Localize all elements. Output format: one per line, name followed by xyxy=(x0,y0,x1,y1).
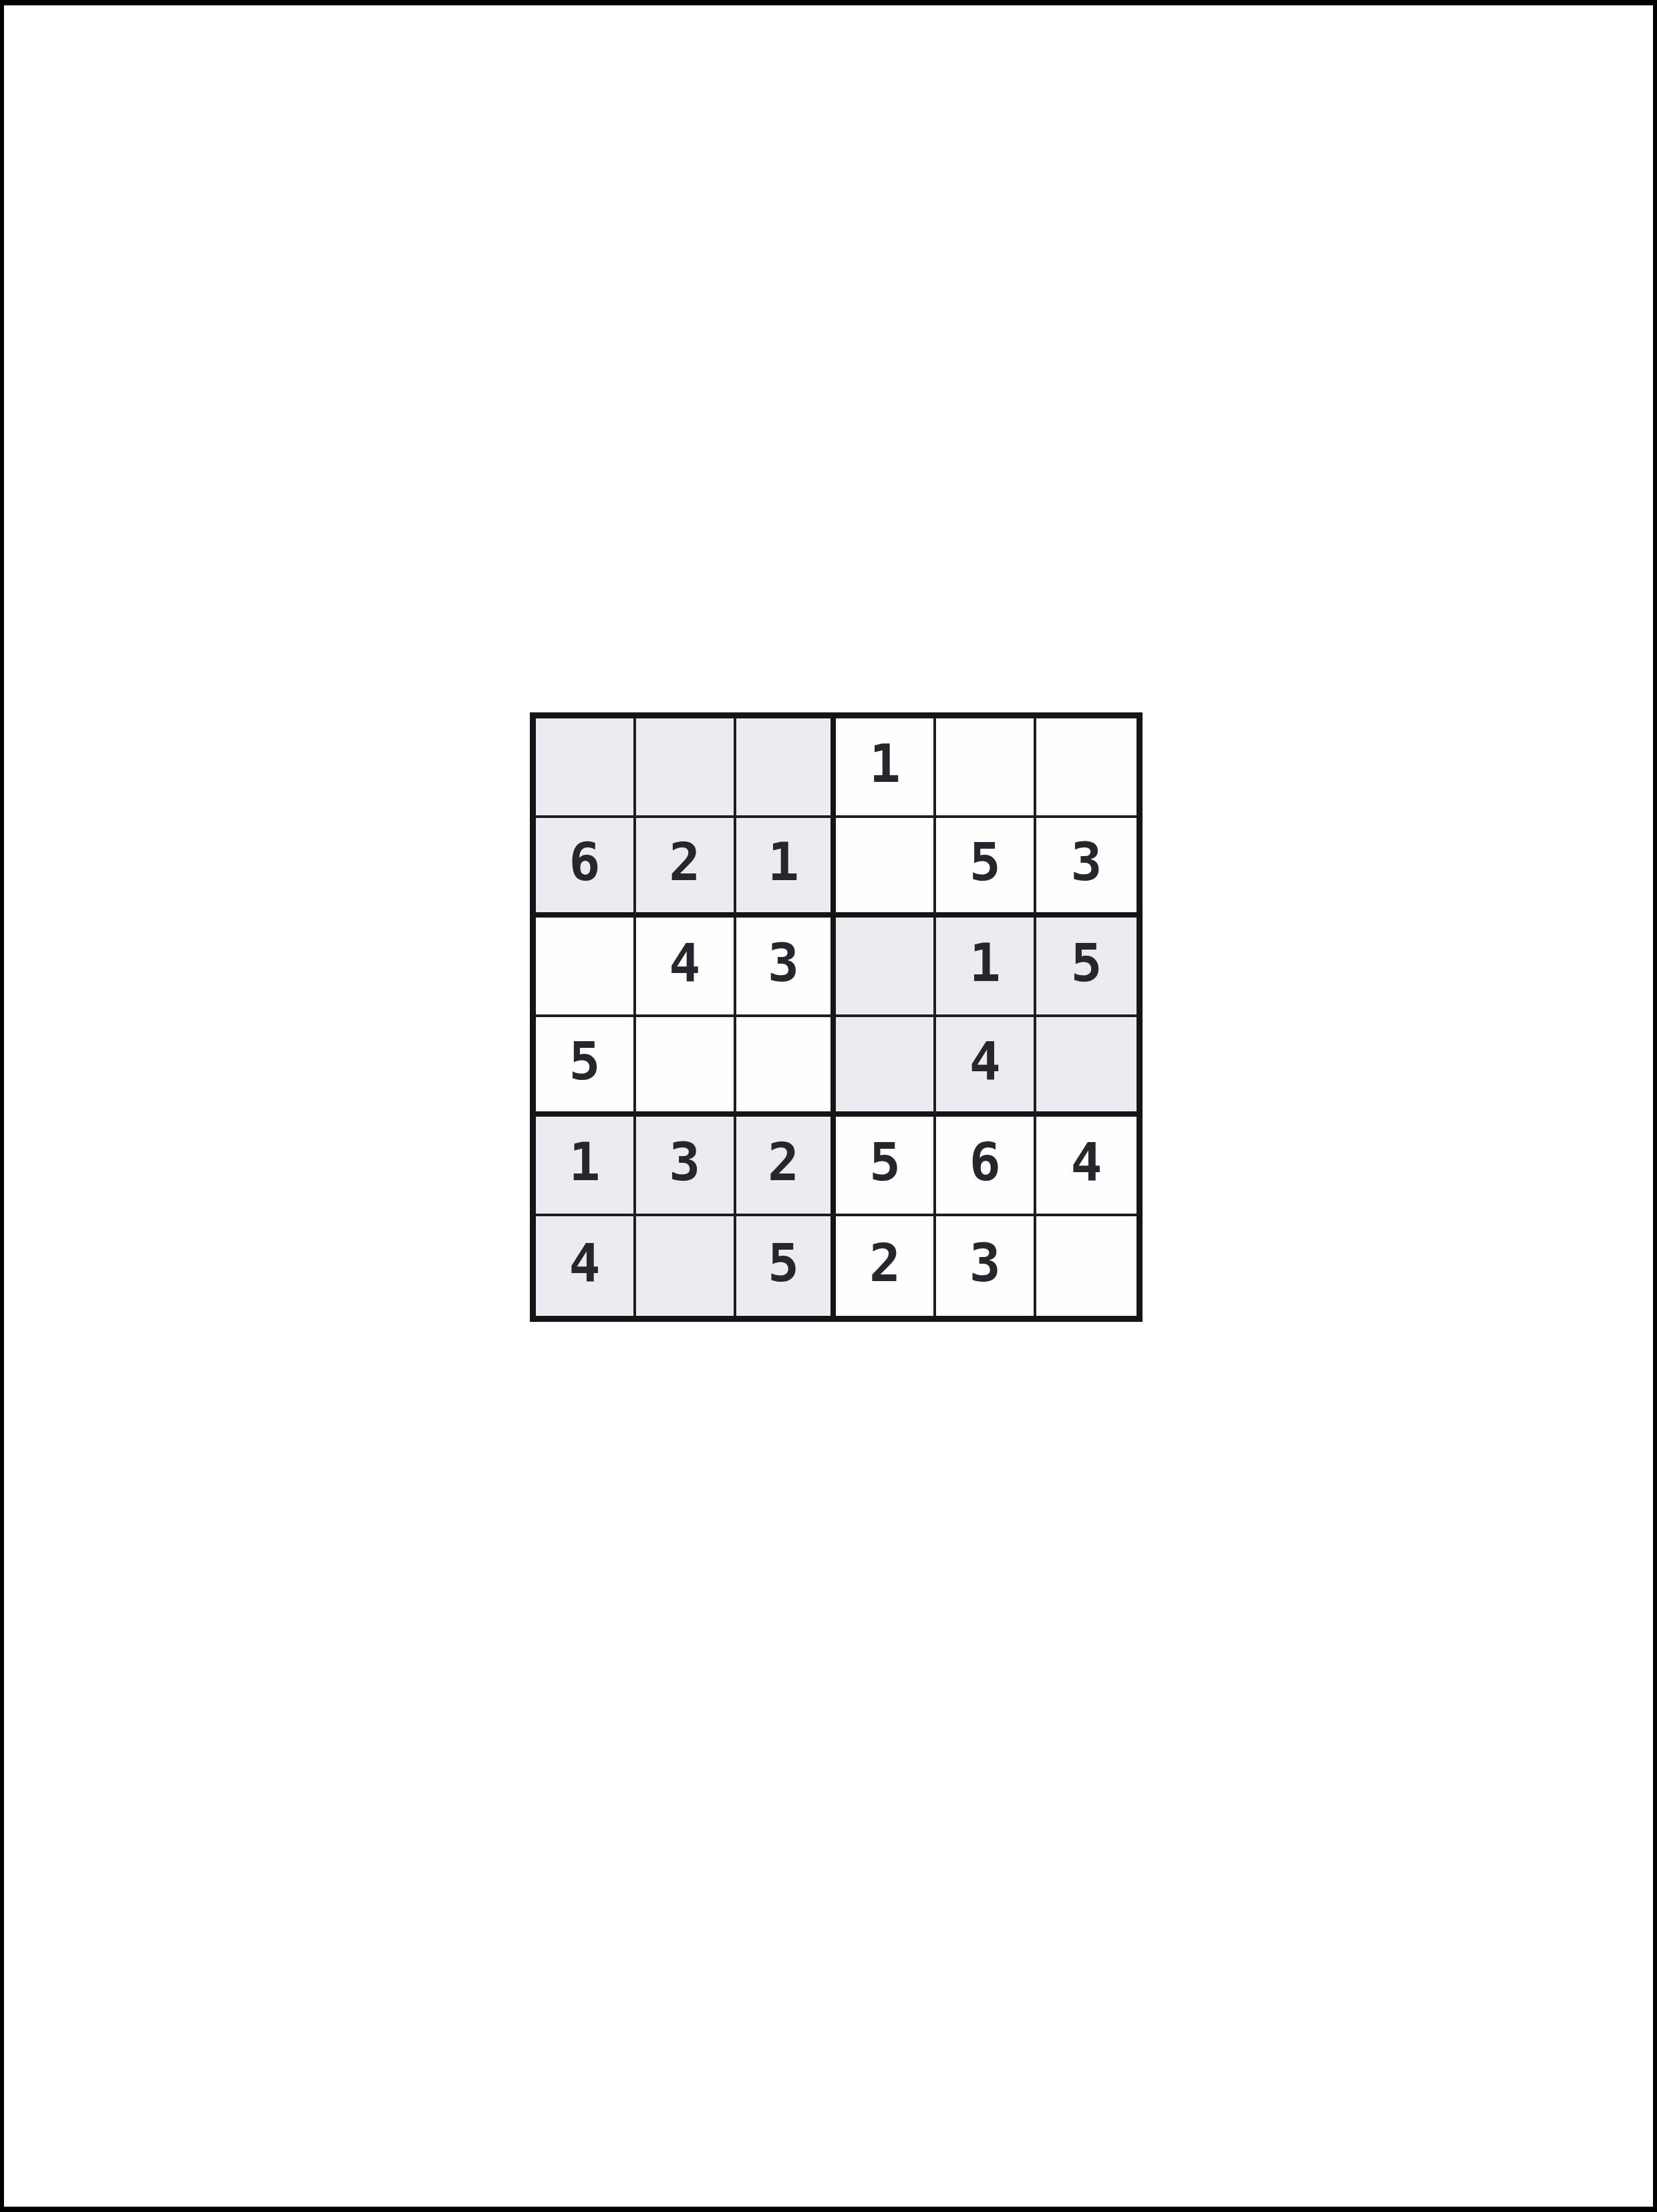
cell-r1c2 xyxy=(636,718,736,818)
cell-r3c3: 3 xyxy=(736,918,837,1017)
cell-r1c1 xyxy=(536,718,636,818)
cell-r5c4: 5 xyxy=(836,1117,936,1216)
cell-r3c4 xyxy=(836,918,936,1017)
cell-r4c3 xyxy=(736,1017,837,1117)
cell-r3c5: 1 xyxy=(936,918,1036,1017)
cell-r6c4: 2 xyxy=(836,1216,936,1316)
cell-r1c6 xyxy=(1036,718,1137,818)
cell-r5c3: 2 xyxy=(736,1117,837,1216)
cell-r4c6 xyxy=(1036,1017,1137,1117)
cell-r4c5: 4 xyxy=(936,1017,1036,1117)
cell-r5c2: 3 xyxy=(636,1117,736,1216)
cell-r2c3: 1 xyxy=(736,818,837,918)
cell-r3c2: 4 xyxy=(636,918,736,1017)
cell-r5c5: 6 xyxy=(936,1117,1036,1216)
printable-sudoku-page: 1621534315541325644523 xyxy=(0,0,1657,2212)
cell-r2c5: 5 xyxy=(936,818,1036,918)
cell-r2c4 xyxy=(836,818,936,918)
cell-r6c1: 4 xyxy=(536,1216,636,1316)
cell-r2c1: 6 xyxy=(536,818,636,918)
cell-r4c4 xyxy=(836,1017,936,1117)
sudoku-board: 1621534315541325644523 xyxy=(530,712,1143,1322)
cell-r2c2: 2 xyxy=(636,818,736,918)
cell-r5c1: 1 xyxy=(536,1117,636,1216)
cell-r1c5 xyxy=(936,718,1036,818)
cell-r1c3 xyxy=(736,718,837,818)
cell-r6c3: 5 xyxy=(736,1216,837,1316)
cell-r6c6 xyxy=(1036,1216,1137,1316)
cell-r3c1 xyxy=(536,918,636,1017)
cell-r6c2 xyxy=(636,1216,736,1316)
cell-r4c2 xyxy=(636,1017,736,1117)
cell-r2c6: 3 xyxy=(1036,818,1137,918)
cell-r6c5: 3 xyxy=(936,1216,1036,1316)
cell-r4c1: 5 xyxy=(536,1017,636,1117)
cell-r3c6: 5 xyxy=(1036,918,1137,1017)
cell-r5c6: 4 xyxy=(1036,1117,1137,1216)
cell-r1c4: 1 xyxy=(836,718,936,818)
